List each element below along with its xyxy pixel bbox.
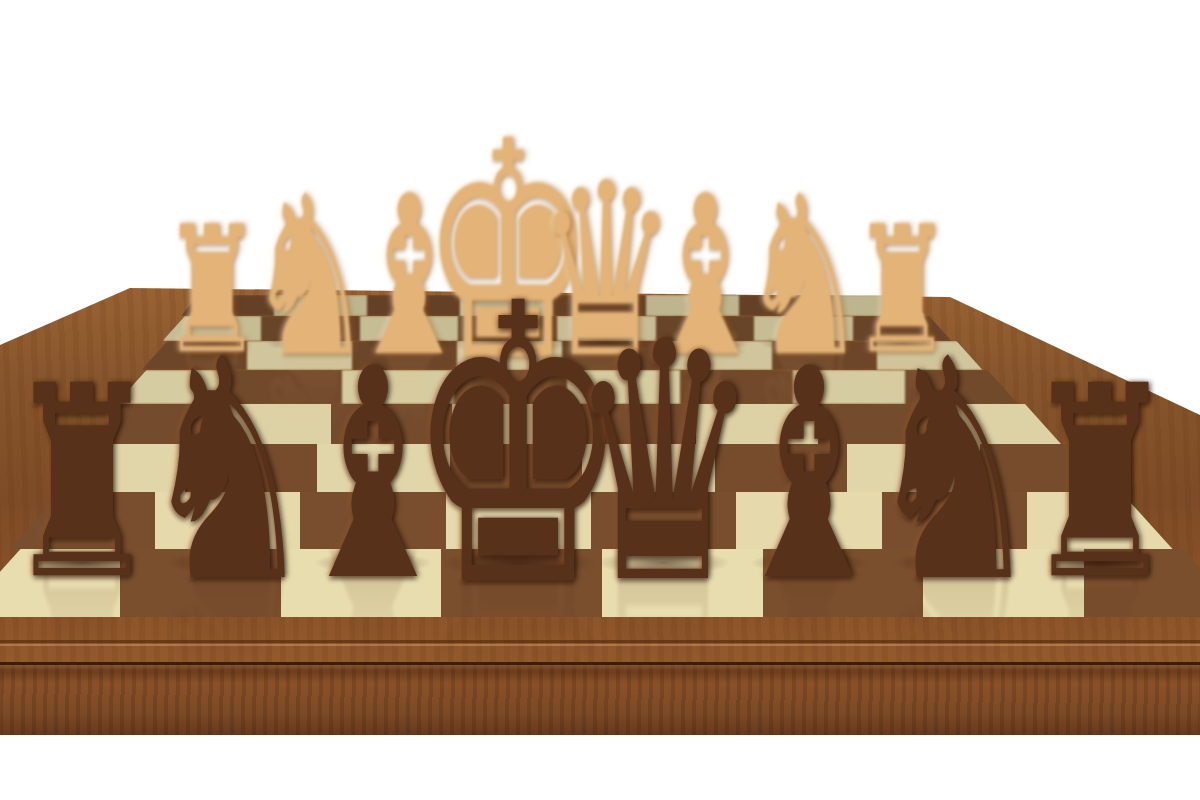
chess-photo-stage: ♜♜♞♞♝♝♚♚♛♛♝♝♞♞♜♜♜♜♞♞♝♝♚♚♛♛♝♝♞♞♜♜	[0, 0, 1200, 800]
dark-rook-h2[interactable]: ♜	[1023, 351, 1177, 616]
pieces-layer: ♜♜♞♞♝♝♚♚♛♛♝♝♞♞♜♜♜♜♞♞♝♝♚♚♛♛♝♝♞♞♜♜	[0, 0, 1200, 800]
dark-knight-g2[interactable]: ♞	[866, 319, 1044, 624]
dark-rook-a2[interactable]: ♜	[5, 351, 159, 616]
